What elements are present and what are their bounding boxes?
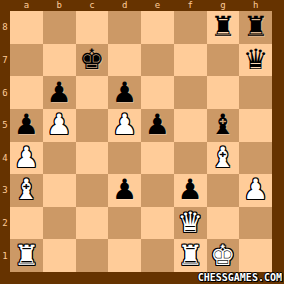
square-b4[interactable] xyxy=(43,142,76,175)
square-g4[interactable]: ♝ xyxy=(207,142,240,175)
square-f5[interactable] xyxy=(174,109,207,142)
square-b5[interactable]: ♟ xyxy=(43,109,76,142)
rank-label-8: 8 xyxy=(0,11,10,44)
square-b8[interactable] xyxy=(43,11,76,44)
file-label-c: c xyxy=(76,0,109,11)
square-h5[interactable] xyxy=(239,109,272,142)
square-a3[interactable]: ♝ xyxy=(10,174,43,207)
black-rook: ♜ xyxy=(210,13,235,41)
square-g8[interactable]: ♜ xyxy=(207,11,240,44)
square-h1[interactable] xyxy=(239,239,272,272)
square-a5[interactable]: ♟ xyxy=(10,109,43,142)
rank-label-3: 3 xyxy=(0,174,10,207)
black-pawn: ♟ xyxy=(112,79,137,107)
chess-diagram: abcdefgh 87654321 ♜♜♚♛♟♟♟♟♟♟♝♟♝♝♟♟♟♛♜♜♚ … xyxy=(0,0,284,284)
square-g1[interactable]: ♚ xyxy=(207,239,240,272)
rank-label-1: 1 xyxy=(0,239,10,272)
rank-label-4: 4 xyxy=(0,142,10,175)
black-pawn: ♟ xyxy=(112,176,137,204)
square-e8[interactable] xyxy=(141,11,174,44)
square-e6[interactable] xyxy=(141,76,174,109)
square-f4[interactable] xyxy=(174,142,207,175)
square-f7[interactable] xyxy=(174,44,207,77)
square-h2[interactable] xyxy=(239,207,272,240)
square-b2[interactable] xyxy=(43,207,76,240)
square-f8[interactable] xyxy=(174,11,207,44)
white-rook: ♜ xyxy=(14,242,39,270)
rank-labels: 87654321 xyxy=(0,11,10,272)
file-label-b: b xyxy=(43,0,76,11)
square-c6[interactable] xyxy=(76,76,109,109)
square-d2[interactable] xyxy=(108,207,141,240)
black-king: ♚ xyxy=(79,46,104,74)
white-bishop: ♝ xyxy=(210,144,235,172)
black-pawn: ♟ xyxy=(178,176,203,204)
square-e3[interactable] xyxy=(141,174,174,207)
square-f6[interactable] xyxy=(174,76,207,109)
square-a7[interactable] xyxy=(10,44,43,77)
square-b3[interactable] xyxy=(43,174,76,207)
file-label-a: a xyxy=(10,0,43,11)
square-b7[interactable] xyxy=(43,44,76,77)
square-c7[interactable]: ♚ xyxy=(76,44,109,77)
square-f2[interactable]: ♛ xyxy=(174,207,207,240)
white-pawn: ♟ xyxy=(47,111,72,139)
file-label-d: d xyxy=(108,0,141,11)
white-pawn: ♟ xyxy=(243,176,268,204)
square-d7[interactable] xyxy=(108,44,141,77)
square-d8[interactable] xyxy=(108,11,141,44)
square-c2[interactable] xyxy=(76,207,109,240)
square-g5[interactable]: ♝ xyxy=(207,109,240,142)
square-c5[interactable] xyxy=(76,109,109,142)
square-a4[interactable]: ♟ xyxy=(10,142,43,175)
square-b1[interactable] xyxy=(43,239,76,272)
square-h4[interactable] xyxy=(239,142,272,175)
square-e7[interactable] xyxy=(141,44,174,77)
white-queen: ♛ xyxy=(178,209,203,237)
white-pawn: ♟ xyxy=(14,144,39,172)
square-e4[interactable] xyxy=(141,142,174,175)
square-g6[interactable] xyxy=(207,76,240,109)
square-d4[interactable] xyxy=(108,142,141,175)
white-pawn: ♟ xyxy=(112,111,137,139)
square-h3[interactable]: ♟ xyxy=(239,174,272,207)
square-e5[interactable]: ♟ xyxy=(141,109,174,142)
white-king: ♚ xyxy=(210,242,235,270)
board: ♜♜♚♛♟♟♟♟♟♟♝♟♝♝♟♟♟♛♜♜♚ xyxy=(10,11,272,272)
rank-label-5: 5 xyxy=(0,109,10,142)
square-g3[interactable] xyxy=(207,174,240,207)
square-e1[interactable] xyxy=(141,239,174,272)
rank-label-2: 2 xyxy=(0,207,10,240)
black-pawn: ♟ xyxy=(14,111,39,139)
square-h7[interactable]: ♛ xyxy=(239,44,272,77)
black-bishop: ♝ xyxy=(210,111,235,139)
square-d5[interactable]: ♟ xyxy=(108,109,141,142)
square-h6[interactable] xyxy=(239,76,272,109)
square-b6[interactable]: ♟ xyxy=(43,76,76,109)
watermark: CHESSGAMES.COM xyxy=(198,272,282,284)
square-f1[interactable]: ♜ xyxy=(174,239,207,272)
black-pawn: ♟ xyxy=(47,79,72,107)
square-c3[interactable] xyxy=(76,174,109,207)
white-bishop: ♝ xyxy=(14,176,39,204)
square-h8[interactable]: ♜ xyxy=(239,11,272,44)
square-a2[interactable] xyxy=(10,207,43,240)
black-queen: ♛ xyxy=(243,46,268,74)
square-a1[interactable]: ♜ xyxy=(10,239,43,272)
file-label-f: f xyxy=(174,0,207,11)
black-pawn: ♟ xyxy=(145,111,170,139)
square-c8[interactable] xyxy=(76,11,109,44)
square-f3[interactable]: ♟ xyxy=(174,174,207,207)
square-e2[interactable] xyxy=(141,207,174,240)
square-a6[interactable] xyxy=(10,76,43,109)
square-d6[interactable]: ♟ xyxy=(108,76,141,109)
rank-label-7: 7 xyxy=(0,44,10,77)
file-label-e: e xyxy=(141,0,174,11)
square-d1[interactable] xyxy=(108,239,141,272)
white-rook: ♜ xyxy=(178,242,203,270)
square-g2[interactable] xyxy=(207,207,240,240)
black-rook: ♜ xyxy=(243,13,268,41)
square-d3[interactable]: ♟ xyxy=(108,174,141,207)
square-c4[interactable] xyxy=(76,142,109,175)
square-g7[interactable] xyxy=(207,44,240,77)
rank-label-6: 6 xyxy=(0,76,10,109)
square-c1[interactable] xyxy=(76,239,109,272)
square-a8[interactable] xyxy=(10,11,43,44)
